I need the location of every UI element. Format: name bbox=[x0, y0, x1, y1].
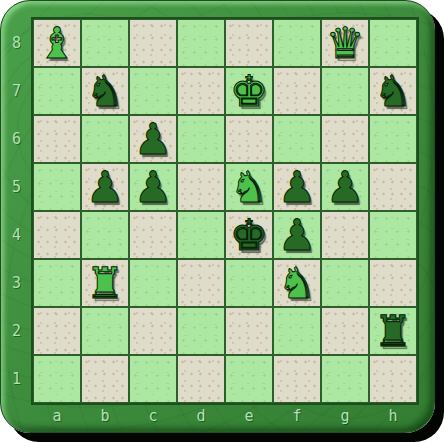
square-d3[interactable] bbox=[177, 259, 225, 307]
square-d7[interactable] bbox=[177, 67, 225, 115]
square-c4[interactable] bbox=[129, 211, 177, 259]
square-h1[interactable] bbox=[369, 355, 417, 403]
square-a4[interactable] bbox=[33, 211, 81, 259]
file-label-e: e bbox=[225, 404, 273, 430]
file-label-d: d bbox=[177, 404, 225, 430]
square-a5[interactable] bbox=[33, 163, 81, 211]
square-f1[interactable] bbox=[273, 355, 321, 403]
square-c3[interactable] bbox=[129, 259, 177, 307]
square-e2[interactable] bbox=[225, 307, 273, 355]
square-d5[interactable] bbox=[177, 163, 225, 211]
piece-white-bishop[interactable]: ♝ bbox=[38, 19, 77, 67]
piece-black-pawn[interactable]: ♟ bbox=[326, 163, 365, 211]
piece-white-queen[interactable]: ♛ bbox=[326, 19, 365, 67]
square-e4[interactable]: ♚ bbox=[225, 211, 273, 259]
square-d2[interactable] bbox=[177, 307, 225, 355]
square-h5[interactable] bbox=[369, 163, 417, 211]
square-g2[interactable] bbox=[321, 307, 369, 355]
square-e6[interactable] bbox=[225, 115, 273, 163]
square-h2[interactable]: ♜ bbox=[369, 307, 417, 355]
square-f2[interactable] bbox=[273, 307, 321, 355]
square-a6[interactable] bbox=[33, 115, 81, 163]
square-h7[interactable]: ♞ bbox=[369, 67, 417, 115]
rank-label-8: 8 bbox=[2, 19, 31, 67]
square-g4[interactable] bbox=[321, 211, 369, 259]
square-a1[interactable] bbox=[33, 355, 81, 403]
rank-label-4: 4 bbox=[2, 211, 31, 259]
square-f4[interactable]: ♟ bbox=[273, 211, 321, 259]
square-f3[interactable]: ♞ bbox=[273, 259, 321, 307]
square-f8[interactable] bbox=[273, 19, 321, 67]
square-e1[interactable] bbox=[225, 355, 273, 403]
rank-label-7: 7 bbox=[2, 67, 31, 115]
piece-black-pawn[interactable]: ♟ bbox=[134, 163, 173, 211]
piece-black-knight[interactable]: ♞ bbox=[86, 67, 125, 115]
file-label-a: a bbox=[33, 404, 81, 430]
square-c8[interactable] bbox=[129, 19, 177, 67]
rank-label-5: 5 bbox=[2, 163, 31, 211]
piece-black-king[interactable]: ♚ bbox=[230, 211, 269, 259]
piece-black-knight[interactable]: ♞ bbox=[374, 67, 413, 115]
square-d6[interactable] bbox=[177, 115, 225, 163]
piece-white-knight[interactable]: ♞ bbox=[230, 163, 269, 211]
square-g7[interactable] bbox=[321, 67, 369, 115]
square-e8[interactable] bbox=[225, 19, 273, 67]
square-h8[interactable] bbox=[369, 19, 417, 67]
piece-white-knight[interactable]: ♞ bbox=[278, 259, 317, 307]
square-b8[interactable] bbox=[81, 19, 129, 67]
chess-board[interactable]: ♝♛♞♚♞♟♟♟♞♟♟♚♟♜♞♜ bbox=[31, 17, 419, 405]
piece-black-pawn[interactable]: ♟ bbox=[134, 115, 173, 163]
piece-black-pawn[interactable]: ♟ bbox=[86, 163, 125, 211]
file-label-g: g bbox=[321, 404, 369, 430]
square-d4[interactable] bbox=[177, 211, 225, 259]
square-a7[interactable] bbox=[33, 67, 81, 115]
square-d1[interactable] bbox=[177, 355, 225, 403]
rank-label-3: 3 bbox=[2, 259, 31, 307]
square-b3[interactable]: ♜ bbox=[81, 259, 129, 307]
piece-black-pawn[interactable]: ♟ bbox=[278, 211, 317, 259]
file-label-h: h bbox=[369, 404, 417, 430]
piece-black-pawn[interactable]: ♟ bbox=[278, 163, 317, 211]
piece-white-rook[interactable]: ♜ bbox=[86, 259, 125, 307]
square-c1[interactable] bbox=[129, 355, 177, 403]
square-c6[interactable]: ♟ bbox=[129, 115, 177, 163]
square-g3[interactable] bbox=[321, 259, 369, 307]
square-b7[interactable]: ♞ bbox=[81, 67, 129, 115]
square-f6[interactable] bbox=[273, 115, 321, 163]
square-b2[interactable] bbox=[81, 307, 129, 355]
file-label-f: f bbox=[273, 404, 321, 430]
piece-black-rook[interactable]: ♜ bbox=[374, 307, 413, 355]
square-h4[interactable] bbox=[369, 211, 417, 259]
square-h6[interactable] bbox=[369, 115, 417, 163]
square-g6[interactable] bbox=[321, 115, 369, 163]
square-a2[interactable] bbox=[33, 307, 81, 355]
square-g8[interactable]: ♛ bbox=[321, 19, 369, 67]
square-d8[interactable] bbox=[177, 19, 225, 67]
square-a3[interactable] bbox=[33, 259, 81, 307]
square-c7[interactable] bbox=[129, 67, 177, 115]
square-g5[interactable]: ♟ bbox=[321, 163, 369, 211]
file-label-b: b bbox=[81, 404, 129, 430]
square-b5[interactable]: ♟ bbox=[81, 163, 129, 211]
square-b4[interactable] bbox=[81, 211, 129, 259]
square-f7[interactable] bbox=[273, 67, 321, 115]
square-h3[interactable] bbox=[369, 259, 417, 307]
rank-label-2: 2 bbox=[2, 307, 31, 355]
square-e7[interactable]: ♚ bbox=[225, 67, 273, 115]
square-e5[interactable]: ♞ bbox=[225, 163, 273, 211]
square-e3[interactable] bbox=[225, 259, 273, 307]
square-c2[interactable] bbox=[129, 307, 177, 355]
square-f5[interactable]: ♟ bbox=[273, 163, 321, 211]
rank-label-6: 6 bbox=[2, 115, 31, 163]
square-g1[interactable] bbox=[321, 355, 369, 403]
square-b1[interactable] bbox=[81, 355, 129, 403]
file-labels: abcdefgh bbox=[33, 404, 417, 430]
file-label-c: c bbox=[129, 404, 177, 430]
rank-labels: 87654321 bbox=[2, 19, 31, 403]
square-b6[interactable] bbox=[81, 115, 129, 163]
square-c5[interactable]: ♟ bbox=[129, 163, 177, 211]
rank-label-1: 1 bbox=[2, 355, 31, 403]
square-a8[interactable]: ♝ bbox=[33, 19, 81, 67]
piece-white-king[interactable]: ♚ bbox=[230, 67, 269, 115]
